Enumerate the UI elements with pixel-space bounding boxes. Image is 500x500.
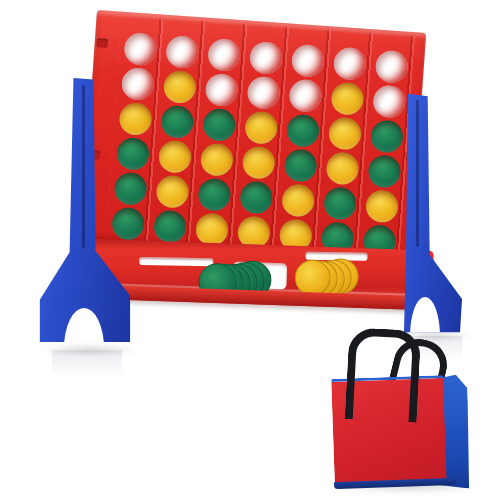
board-cell-r4c1 [111,134,155,172]
board-cell-r2c3 [200,70,244,108]
bag-handle-front [345,327,422,423]
connect-four-board [81,10,426,262]
green-disc [202,107,236,141]
empty-hole [165,34,199,68]
board-cell-r4c5 [279,146,323,184]
empty-hole [288,78,322,112]
right-a-frame-leg [398,90,464,336]
board-cell-r3c7 [365,117,409,155]
empty-hole [372,84,406,118]
yellow-disc [328,116,362,150]
mold-tab [96,38,108,48]
board-cell-r1c2 [160,33,204,71]
board-cell-r4c3 [195,140,239,178]
board-cell-r3c2 [155,102,199,140]
yellow-disc [244,110,278,144]
yellow-disc [330,81,364,115]
empty-hole [123,32,157,66]
green-disc [114,171,148,205]
board-cell-r5c1 [108,169,152,207]
board-cell-r2c7 [367,82,411,120]
green-disc [111,206,145,240]
yellow-disc [155,174,189,208]
empty-hole [247,75,281,109]
green-disc [284,148,318,182]
board-cell-r4c6 [320,149,364,187]
empty-hole [207,37,241,71]
green-disc [367,154,401,188]
board-cell-r6c1 [106,204,150,242]
board-cell-r5c2 [150,172,194,210]
board-cell-r2c6 [325,79,369,117]
board-cell-r1c1 [118,30,162,68]
board-cell-r5c3 [192,175,236,213]
board-cell-r1c4 [244,38,288,76]
empty-hole [375,49,409,83]
board-cell-r5c6 [318,184,362,222]
yellow-disc [325,151,359,185]
yellow-disc [365,189,399,223]
board-cell-r5c7 [360,187,404,225]
board-cell-r4c7 [362,152,406,190]
yellow-disc [242,145,276,179]
yellow-disc [163,69,197,103]
board-cell-r3c6 [323,114,367,152]
board-cell-r5c5 [276,181,320,219]
board-grid [106,30,414,260]
board-cell-r6c2 [148,207,192,245]
green-disc [239,180,273,214]
left-leg-reflection [52,350,122,376]
board-cell-r1c3 [202,36,246,74]
yellow-disc [118,101,152,135]
green-disc [370,119,404,153]
empty-hole [333,46,367,80]
board-cell-r3c4 [239,108,283,146]
empty-hole [249,40,283,74]
board-cell-r5c4 [234,178,278,216]
board-cell-r1c6 [328,44,372,82]
board-cell-r3c3 [197,105,241,143]
board-cell-r4c4 [237,143,281,181]
giant-connect-four-product-photo [0,0,500,500]
board-cell-r2c1 [116,65,160,103]
yellow-disc [200,142,234,176]
yellow-disc [281,183,315,217]
board-cell-r4c2 [153,137,197,175]
board-cell-r2c4 [241,73,285,111]
board-cell-r1c7 [370,47,414,85]
yellow-disc [195,212,229,246]
green-disc [197,177,231,211]
board-cell-r1c5 [286,41,330,79]
board-cell-r2c5 [283,76,327,114]
board-cell-r2c2 [158,68,202,106]
green-disc [286,113,320,147]
green-disc [153,209,187,243]
empty-hole [205,72,239,106]
board-cell-r3c5 [281,111,325,149]
empty-hole [121,66,155,100]
green-disc [116,136,150,170]
green-disc [323,186,357,220]
yellow-disc [158,139,192,173]
carry-bag [325,325,490,495]
green-disc [160,104,194,138]
leg-groove [82,85,85,248]
empty-hole [291,43,325,77]
leg-groove [416,100,419,248]
board-cell-r3c1 [113,100,157,138]
